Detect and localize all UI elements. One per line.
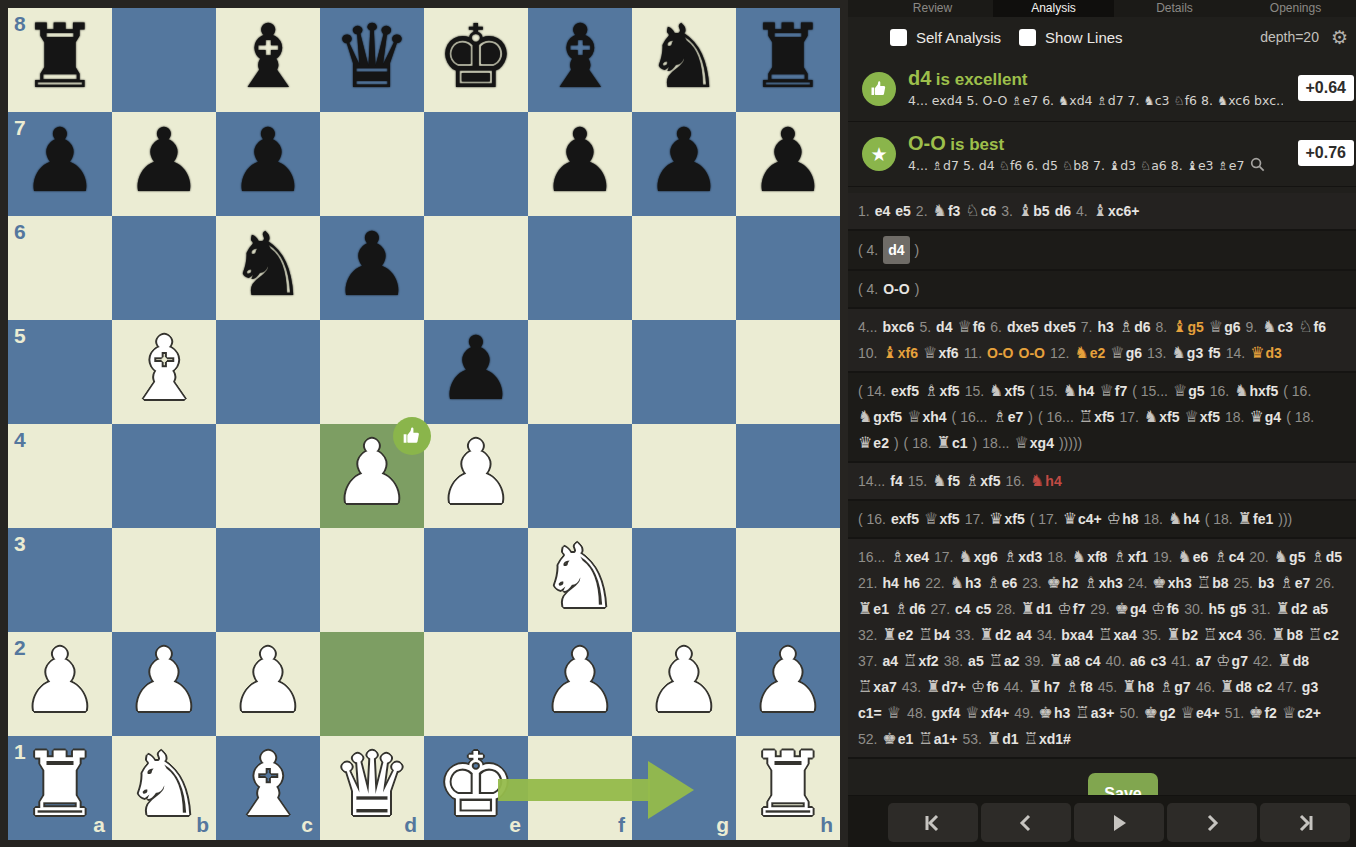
move-number: ))) xyxy=(1278,506,1292,532)
move[interactable]: ♚f2 xyxy=(1249,700,1277,726)
move[interactable]: ♜d1 xyxy=(1021,596,1053,622)
move[interactable]: ♖xd1# xyxy=(1024,726,1071,752)
square-c6[interactable]: ♞ xyxy=(216,216,320,320)
self-analysis-checkbox[interactable] xyxy=(890,29,907,46)
move[interactable]: ♝xf6 xyxy=(882,340,918,366)
tab-openings[interactable]: Openings xyxy=(1235,0,1356,17)
square-d3[interactable] xyxy=(320,528,424,632)
file-label-g: g xyxy=(716,813,729,837)
magnifier-icon[interactable] xyxy=(1250,157,1265,177)
skip-to-start-button[interactable] xyxy=(888,803,978,842)
move-number: 4... xyxy=(858,314,877,340)
move[interactable]: ♜b2 xyxy=(1166,622,1198,648)
move[interactable]: ♕c2+ xyxy=(1282,700,1321,726)
move[interactable]: a4 xyxy=(882,648,898,674)
file-label-b: b xyxy=(196,813,209,837)
step-back-button[interactable] xyxy=(981,803,1071,842)
move-number: 21. xyxy=(858,570,877,596)
move[interactable]: c3 xyxy=(1151,648,1167,674)
move[interactable]: ♖xf2 xyxy=(903,648,939,674)
move-number: 47. xyxy=(1277,674,1296,700)
square-f6[interactable] xyxy=(528,216,632,320)
move-number: 49. xyxy=(1014,700,1033,726)
square-h1[interactable]: h♜ xyxy=(736,736,840,840)
square-a1[interactable]: 1a♜ xyxy=(8,736,112,840)
square-b8[interactable] xyxy=(112,8,216,112)
move[interactable]: h4 xyxy=(882,570,898,596)
move-number: 2. xyxy=(916,198,928,224)
piece-black-pawn[interactable]: ♟ xyxy=(112,112,216,216)
move[interactable]: ♖a2 xyxy=(989,648,1020,674)
current-move[interactable]: d4 xyxy=(883,236,909,264)
square-e5[interactable]: ♟ xyxy=(424,320,528,424)
piece-figurine: ♘ xyxy=(1298,317,1312,336)
square-h6[interactable] xyxy=(736,216,840,320)
piece-white-pawn[interactable]: ♟ xyxy=(424,424,528,528)
move[interactable]: h6 xyxy=(904,570,920,596)
play-button[interactable] xyxy=(1074,803,1164,842)
move[interactable]: ♕xf6 xyxy=(923,340,959,366)
skip-to-start-icon xyxy=(922,814,944,832)
piece-figurine: ♜ xyxy=(1238,509,1252,528)
move[interactable]: ♞h4 xyxy=(1168,506,1200,532)
move[interactable]: h5 xyxy=(1209,596,1225,622)
square-d8[interactable]: ♛ xyxy=(320,8,424,112)
square-b6[interactable] xyxy=(112,216,216,320)
move[interactable]: ♖xf5 xyxy=(1079,404,1115,430)
file-label-e: e xyxy=(509,813,521,837)
analysis-panel: ReviewAnalysisDetailsOpenings Self Analy… xyxy=(848,0,1356,847)
move[interactable]: ♔f6 xyxy=(971,674,999,700)
show-lines-label: Show Lines xyxy=(1045,29,1123,46)
move[interactable]: ♞c3 xyxy=(1262,314,1293,340)
move[interactable]: ♛e2 xyxy=(858,430,889,456)
square-a8[interactable]: 8♜ xyxy=(8,8,112,112)
move[interactable]: g5 xyxy=(1230,596,1246,622)
move[interactable]: ♗d6 xyxy=(1119,314,1151,340)
move[interactable]: ♞gxf5 xyxy=(858,404,902,430)
move[interactable]: ♜a8 xyxy=(1049,648,1080,674)
gear-icon[interactable]: ⚙ xyxy=(1331,28,1348,47)
move-row-7: ( 16.exf5♕xf517.♛xf5( 17.♛c4+♔h818.♞h4( … xyxy=(848,501,1356,539)
move[interactable]: ♖c2 xyxy=(1308,622,1339,648)
move[interactable]: ♚e1 xyxy=(882,726,913,752)
step-forward-button[interactable] xyxy=(1167,803,1257,842)
file-label-f: f xyxy=(618,813,625,837)
square-f1[interactable]: f xyxy=(528,736,632,840)
piece-white-pawn[interactable]: ♟ xyxy=(216,632,320,736)
move[interactable]: ♗xd3 xyxy=(1003,544,1042,570)
move[interactable]: a6 xyxy=(1130,648,1146,674)
thumbs-up-icon xyxy=(402,426,422,446)
eval-badge: +0.76 xyxy=(1298,140,1354,166)
move[interactable]: ♕e4+ xyxy=(1181,700,1220,726)
move[interactable]: g3 xyxy=(1302,674,1318,700)
piece-black-pawn[interactable]: ♟ xyxy=(216,112,320,216)
move[interactable]: a4 xyxy=(1016,622,1032,648)
move[interactable]: b3 xyxy=(1258,570,1274,596)
move-number: 35. xyxy=(1142,622,1161,648)
piece-figurine: ♞ xyxy=(1072,547,1086,566)
piece-figurine: ♖ xyxy=(989,651,1003,670)
move[interactable]: exf5 xyxy=(891,378,919,404)
square-a3[interactable]: 3 xyxy=(8,528,112,632)
move[interactable]: ♗c4 xyxy=(1213,544,1244,570)
square-f7[interactable]: ♟ xyxy=(528,112,632,216)
move[interactable]: ♞g3 xyxy=(1172,340,1204,366)
move[interactable]: ♖xa7 xyxy=(858,674,897,700)
move[interactable]: ♞g5 xyxy=(1274,544,1306,570)
skip-to-end-button[interactable] xyxy=(1260,803,1350,842)
piece-figurine: ♝ xyxy=(1093,201,1107,220)
move[interactable]: ♕xf4+ xyxy=(965,700,1009,726)
move[interactable]: a5 xyxy=(1312,596,1328,622)
move[interactable]: ♔f7 xyxy=(1057,596,1085,622)
move[interactable]: ♘c6 xyxy=(965,198,996,224)
square-c3[interactable] xyxy=(216,528,320,632)
move[interactable]: gxf4 xyxy=(932,700,961,726)
piece-figurine: ♕ xyxy=(1184,407,1198,426)
move[interactable]: ♚h3 xyxy=(1039,700,1071,726)
move[interactable]: O-O xyxy=(987,340,1013,366)
piece-white-pawn[interactable]: ♟ xyxy=(528,632,632,736)
move[interactable]: bxc6 xyxy=(882,314,914,340)
move[interactable]: ♖a1+ xyxy=(918,726,957,752)
move[interactable]: ♝xc6+ xyxy=(1093,198,1140,224)
suggestion-line[interactable]: 4... ♗d7 5. d4 ♘f6 6. d5 ♘b8 7. ♝d3 ♘a6 … xyxy=(908,157,1283,177)
piece-figurine: ♖ xyxy=(1024,729,1038,748)
square-b2[interactable]: ♟ xyxy=(112,632,216,736)
piece-figurine: ♞ xyxy=(1063,381,1077,400)
square-f5[interactable] xyxy=(528,320,632,424)
move[interactable]: ♗d5 xyxy=(1310,544,1342,570)
piece-figurine: ♖ xyxy=(1075,703,1089,722)
move[interactable]: ♜h7 xyxy=(1028,674,1060,700)
tab-analysis[interactable]: Analysis xyxy=(993,0,1114,17)
square-b3[interactable] xyxy=(112,528,216,632)
move[interactable]: ♜b8 xyxy=(1271,622,1303,648)
square-e8[interactable]: ♚ xyxy=(424,8,528,112)
piece-black-pawn[interactable]: ♟ xyxy=(736,112,840,216)
square-d2[interactable] xyxy=(320,632,424,736)
square-f4[interactable] xyxy=(528,424,632,528)
square-g6[interactable] xyxy=(632,216,736,320)
square-g7[interactable]: ♟ xyxy=(632,112,736,216)
square-g2[interactable]: ♟ xyxy=(632,632,736,736)
move[interactable]: ♞h3 xyxy=(950,570,982,596)
piece-figurine: ♔ xyxy=(1151,599,1165,618)
move-number: 39. xyxy=(1025,648,1044,674)
move-number: 14. xyxy=(1226,340,1245,366)
piece-figurine: ♕ xyxy=(1099,381,1113,400)
depth-indicator: depth=20 xyxy=(1260,29,1319,45)
move-number: 16. xyxy=(1006,468,1025,494)
square-b4[interactable] xyxy=(112,424,216,528)
move[interactable]: ♕xf5 xyxy=(924,506,960,532)
piece-figurine: ♝ xyxy=(882,343,896,362)
square-c2[interactable]: ♟ xyxy=(216,632,320,736)
move[interactable]: bxa4 xyxy=(1061,622,1093,648)
piece-black-bishop[interactable]: ♝ xyxy=(528,8,632,112)
piece-white-pawn[interactable]: ♟ xyxy=(632,632,736,736)
piece-figurine: ♚ xyxy=(1039,703,1053,722)
square-b5[interactable]: ♝ xyxy=(112,320,216,424)
move[interactable]: ♖xc4 xyxy=(1203,622,1242,648)
move[interactable]: ♗xe4 xyxy=(890,544,929,570)
move[interactable]: exf5 xyxy=(891,506,919,532)
move-number: 40. xyxy=(1106,648,1125,674)
move[interactable]: f5 xyxy=(1208,340,1220,366)
square-h2[interactable]: ♟ xyxy=(736,632,840,736)
square-h7[interactable]: ♟ xyxy=(736,112,840,216)
move[interactable]: ♗e7 xyxy=(992,404,1023,430)
move[interactable]: ♛xf5 xyxy=(989,506,1025,532)
square-h4[interactable] xyxy=(736,424,840,528)
piece-white-pawn[interactable]: ♟ xyxy=(736,632,840,736)
move[interactable]: a7 xyxy=(1196,648,1212,674)
move[interactable]: ♚g2 xyxy=(1144,700,1176,726)
piece-figurine: ♛ xyxy=(1249,407,1263,426)
move[interactable]: ♞xg6 xyxy=(958,544,997,570)
move-number: 44. xyxy=(1004,674,1023,700)
move[interactable]: dxe5 xyxy=(1044,314,1076,340)
move-number: 53. xyxy=(962,726,981,752)
move[interactable]: ♜d8 xyxy=(1277,648,1309,674)
move[interactable]: ♞h4 xyxy=(1063,378,1095,404)
move[interactable]: ♛c4+ xyxy=(1063,506,1102,532)
move[interactable]: ♜d2 xyxy=(980,622,1012,648)
square-f3[interactable]: ♞ xyxy=(528,528,632,632)
move[interactable]: ♗xf5 xyxy=(965,468,1001,494)
piece-figurine: ♞ xyxy=(989,381,1003,400)
move[interactable]: ♗g7 xyxy=(1159,674,1191,700)
move[interactable]: f4 xyxy=(890,468,902,494)
move-number: 52. xyxy=(858,726,877,752)
square-e2[interactable] xyxy=(424,632,528,736)
move[interactable]: ♔g7 xyxy=(1216,648,1248,674)
move[interactable]: dxe5 xyxy=(1007,314,1039,340)
engine-suggestion-2[interactable]: ★ O-O is best 4... ♗d7 5. d4 ♘f6 6. d5 ♘… xyxy=(848,122,1356,187)
square-a6[interactable]: 6 xyxy=(8,216,112,320)
move[interactable]: ♔f6 xyxy=(1151,596,1179,622)
move[interactable]: d6 xyxy=(1055,198,1071,224)
move-number: 51. xyxy=(1225,700,1244,726)
piece-black-king[interactable]: ♚ xyxy=(424,8,528,112)
move[interactable]: ♝b5 xyxy=(1018,198,1050,224)
move-number: 20. xyxy=(1249,544,1268,570)
move[interactable]: ♔h8 xyxy=(1107,506,1139,532)
move[interactable]: ♜c1 xyxy=(937,430,968,456)
square-d1[interactable]: d♛ xyxy=(320,736,424,840)
move[interactable]: ♞xf5 xyxy=(989,378,1025,404)
square-e7[interactable] xyxy=(424,112,528,216)
move[interactable]: ♕xh4 xyxy=(907,404,946,430)
move-number: 50. xyxy=(1119,700,1138,726)
chess-board[interactable]: 8♜♝♛♚♝♞♜7♟♟♟♟♟♟6♞♟5♝♟4♟♟3♞2♟♟♟♟♟♟1a♜b♞c♝… xyxy=(8,8,840,840)
move-number: 36. xyxy=(1247,622,1266,648)
move[interactable]: ♜d1 xyxy=(987,726,1019,752)
move[interactable]: ♛g4 xyxy=(1249,404,1281,430)
piece-figurine: ♞ xyxy=(1234,381,1248,400)
move[interactable]: d4 xyxy=(936,314,952,340)
move[interactable]: ♗xf5 xyxy=(924,378,960,404)
move[interactable]: ♕g5 xyxy=(1173,378,1205,404)
move[interactable]: c2 xyxy=(1257,674,1273,700)
move[interactable]: ♕xf5 xyxy=(1184,404,1220,430)
piece-figurine: ♚ xyxy=(1047,573,1061,592)
piece-black-pawn[interactable]: ♟ xyxy=(320,216,424,320)
move[interactable]: O-O xyxy=(883,276,909,302)
engine-suggestion-1[interactable]: d4 is excellent 4... exd4 5. O-O ♗e7 6. … xyxy=(848,57,1356,122)
piece-figurine: ♛ xyxy=(858,433,872,452)
piece-white-knight[interactable]: ♞ xyxy=(528,528,632,632)
move[interactable]: a5 xyxy=(968,648,984,674)
move[interactable]: ♞hxf5 xyxy=(1234,378,1278,404)
suggestion-line[interactable]: 4... exd4 5. O-O ♗e7 6. ♞xd4 ♗d7 7. ♞c3 … xyxy=(908,92,1283,112)
move[interactable]: ♖a3+ xyxy=(1075,700,1114,726)
move[interactable]: ♛d3 xyxy=(1250,340,1282,366)
move[interactable]: ♜d8 xyxy=(1220,674,1252,700)
tab-details[interactable]: Details xyxy=(1114,0,1235,17)
square-b7[interactable]: ♟ xyxy=(112,112,216,216)
piece-figurine: ♕ xyxy=(907,407,921,426)
piece-black-pawn[interactable]: ♟ xyxy=(424,320,528,424)
piece-white-pawn[interactable]: ♟ xyxy=(112,632,216,736)
rank-label-8: 8 xyxy=(14,12,26,36)
move[interactable]: ♕g6 xyxy=(1209,314,1241,340)
move-number: ( 16. xyxy=(858,506,886,532)
piece-figurine: ♕ xyxy=(1173,381,1187,400)
move[interactable]: ♜d2 xyxy=(1276,596,1308,622)
square-f2[interactable]: ♟ xyxy=(528,632,632,736)
move[interactable]: ♗xh3 xyxy=(1083,570,1122,596)
piece-black-bishop[interactable]: ♝ xyxy=(216,8,320,112)
move-number: 17. xyxy=(1119,404,1138,430)
move-number: 43. xyxy=(902,674,921,700)
move[interactable]: e4 xyxy=(875,198,891,224)
move[interactable]: ♞f5 xyxy=(932,468,960,494)
move[interactable]: ♜d7+ xyxy=(926,674,966,700)
square-a2[interactable]: 2♟ xyxy=(8,632,112,736)
move[interactable]: ♜h8 xyxy=(1122,674,1154,700)
piece-black-pawn[interactable]: ♟ xyxy=(528,112,632,216)
square-e3[interactable] xyxy=(424,528,528,632)
move[interactable]: ♗d6 xyxy=(894,596,926,622)
move[interactable]: ♗e7 xyxy=(1279,570,1310,596)
move[interactable]: c5 xyxy=(976,596,992,622)
move[interactable]: ♞xf8 xyxy=(1072,544,1108,570)
piece-black-knight[interactable]: ♞ xyxy=(632,8,736,112)
show-lines-checkbox[interactable] xyxy=(1019,29,1036,46)
square-c4[interactable] xyxy=(216,424,320,528)
move[interactable]: ♘f6 xyxy=(1298,314,1326,340)
move[interactable]: ♝g5 xyxy=(1172,314,1204,340)
move[interactable]: ♞f3 xyxy=(933,198,961,224)
move-number: ) xyxy=(894,430,899,456)
piece-black-knight[interactable]: ♞ xyxy=(216,216,320,320)
move[interactable]: c4 xyxy=(955,596,971,622)
move[interactable]: ♗xf1 xyxy=(1112,544,1148,570)
square-d5[interactable] xyxy=(320,320,424,424)
move[interactable]: c1= xyxy=(858,700,882,726)
move[interactable]: ♖b4 xyxy=(918,622,950,648)
move[interactable]: ♞xf5 xyxy=(1144,404,1180,430)
tab-review[interactable]: Review xyxy=(872,0,993,17)
tab-bar: ReviewAnalysisDetailsOpenings xyxy=(848,0,1356,17)
square-d6[interactable]: ♟ xyxy=(320,216,424,320)
move-number: 18. xyxy=(1143,506,1162,532)
square-c5[interactable] xyxy=(216,320,320,424)
square-c8[interactable]: ♝ xyxy=(216,8,320,112)
move[interactable]: ♕f7 xyxy=(1099,378,1127,404)
piece-figurine: ♜ xyxy=(987,729,1001,748)
move[interactable]: O-O xyxy=(1019,340,1045,366)
move[interactable]: ♕xg4 xyxy=(1014,430,1053,456)
move[interactable]: ♜e1 xyxy=(858,596,889,622)
move[interactable]: ♖b8 xyxy=(1197,570,1229,596)
square-g4[interactable] xyxy=(632,424,736,528)
piece-figurine: ♜ xyxy=(926,677,940,696)
square-a4[interactable]: 4 xyxy=(8,424,112,528)
square-h8[interactable]: ♜ xyxy=(736,8,840,112)
move[interactable]: c4 xyxy=(1085,648,1101,674)
square-f8[interactable]: ♝ xyxy=(528,8,632,112)
move[interactable]: ♖xa4 xyxy=(1098,622,1137,648)
piece-black-queen[interactable]: ♛ xyxy=(320,8,424,112)
move[interactable]: ♕f6 xyxy=(957,314,985,340)
move-number: ( 17. xyxy=(1030,506,1058,532)
square-d7[interactable] xyxy=(320,112,424,216)
square-a7[interactable]: 7♟ xyxy=(8,112,112,216)
move[interactable]: ♚g4 xyxy=(1115,596,1147,622)
move[interactable]: e5 xyxy=(895,198,911,224)
move[interactable]: h3 xyxy=(1097,314,1113,340)
square-e4[interactable]: ♟ xyxy=(424,424,528,528)
square-g8[interactable]: ♞ xyxy=(632,8,736,112)
piece-figurine: ♚ xyxy=(1249,703,1263,722)
move[interactable]: ♞e6 xyxy=(1177,544,1208,570)
move-navigation xyxy=(848,795,1356,847)
move[interactable]: ♕ xyxy=(887,700,902,726)
move[interactable]: ♞e2 xyxy=(1074,340,1105,366)
move[interactable]: ♗f8 xyxy=(1065,674,1093,700)
square-e1[interactable]: e♚ xyxy=(424,736,528,840)
move[interactable]: ♚xh3 xyxy=(1152,570,1191,596)
move[interactable]: ♚h2 xyxy=(1047,570,1079,596)
square-a5[interactable]: 5 xyxy=(8,320,112,424)
piece-black-rook[interactable]: ♜ xyxy=(736,8,840,112)
square-h5[interactable] xyxy=(736,320,840,424)
move[interactable]: ♗e6 xyxy=(986,570,1017,596)
move-number: 18... xyxy=(982,430,1009,456)
move-number: 37. xyxy=(858,648,877,674)
square-b1[interactable]: b♞ xyxy=(112,736,216,840)
move[interactable]: ♜fe1 xyxy=(1238,506,1274,532)
square-c1[interactable]: c♝ xyxy=(216,736,320,840)
move[interactable]: ♞h4 xyxy=(1030,468,1062,494)
move[interactable]: ♕g6 xyxy=(1110,340,1142,366)
square-g1[interactable]: g xyxy=(632,736,736,840)
square-h3[interactable] xyxy=(736,528,840,632)
move[interactable]: ♜e2 xyxy=(882,622,913,648)
square-e6[interactable] xyxy=(424,216,528,320)
piece-white-bishop[interactable]: ♝ xyxy=(112,320,216,424)
square-g3[interactable] xyxy=(632,528,736,632)
piece-figurine: ♞ xyxy=(1262,317,1276,336)
square-g5[interactable] xyxy=(632,320,736,424)
square-c7[interactable]: ♟ xyxy=(216,112,320,216)
piece-black-pawn[interactable]: ♟ xyxy=(632,112,736,216)
